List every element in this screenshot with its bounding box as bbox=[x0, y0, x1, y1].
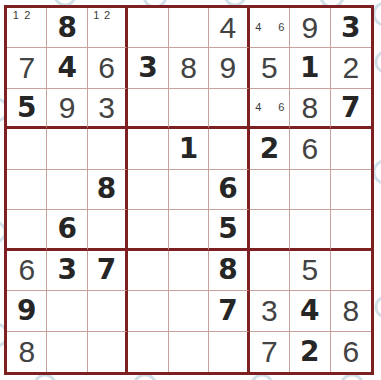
cell-digit: 7 bbox=[97, 256, 116, 284]
cell-r4c7[interactable]: 2 bbox=[250, 129, 290, 169]
cell-r4c5[interactable]: 1 bbox=[169, 129, 209, 169]
cell-digit: 7 bbox=[341, 94, 360, 122]
cell-r6c1[interactable] bbox=[7, 210, 47, 250]
cell-digit: 4 bbox=[300, 297, 319, 325]
cell-digit: 3 bbox=[98, 93, 115, 123]
cell-digit: 5 bbox=[301, 255, 318, 285]
cell-r8c3[interactable] bbox=[88, 291, 128, 331]
pencil-marks: 46 bbox=[253, 90, 287, 125]
pencil-mark: 1 bbox=[10, 9, 21, 21]
cell-r1c7[interactable]: 46 bbox=[250, 8, 290, 48]
cell-r6c4[interactable] bbox=[128, 210, 168, 250]
cell-r7c9[interactable] bbox=[331, 251, 371, 291]
cell-r6c8[interactable] bbox=[290, 210, 330, 250]
cell-digit: 2 bbox=[300, 338, 319, 366]
cell-r4c9[interactable] bbox=[331, 129, 371, 169]
cell-digit: 8 bbox=[18, 337, 35, 367]
cell-r8c7[interactable]: 3 bbox=[250, 291, 290, 331]
cell-r5c7[interactable] bbox=[250, 170, 290, 210]
cell-r1c5[interactable] bbox=[169, 8, 209, 48]
cell-r7c6[interactable]: 8 bbox=[209, 251, 249, 291]
cell-digit: 3 bbox=[341, 14, 360, 42]
cell-digit: 8 bbox=[57, 14, 76, 42]
cell-r8c8[interactable]: 4 bbox=[290, 291, 330, 331]
cell-digit: 4 bbox=[220, 13, 237, 43]
cell-digit: 9 bbox=[301, 13, 318, 43]
cell-r3c3[interactable]: 3 bbox=[88, 89, 128, 129]
cell-digit: 5 bbox=[17, 94, 36, 122]
cell-r5c1[interactable] bbox=[7, 170, 47, 210]
cell-r7c1[interactable]: 6 bbox=[7, 251, 47, 291]
cell-r1c4[interactable] bbox=[128, 8, 168, 48]
pencil-mark: 6 bbox=[276, 102, 287, 114]
sudoku-board: 1281244693746389512593468712686656378597… bbox=[4, 5, 374, 375]
cell-r3c1[interactable]: 5 bbox=[7, 89, 47, 129]
cell-r2c2[interactable]: 4 bbox=[47, 48, 87, 88]
cell-r8c9[interactable]: 8 bbox=[331, 291, 371, 331]
cell-digit: 3 bbox=[57, 256, 76, 284]
cell-r7c3[interactable]: 7 bbox=[88, 251, 128, 291]
cell-r5c2[interactable] bbox=[47, 170, 87, 210]
pencil-mark: 2 bbox=[21, 9, 32, 21]
cell-r1c8[interactable]: 9 bbox=[290, 8, 330, 48]
pencil-marks: 12 bbox=[91, 9, 123, 46]
cell-r2c1[interactable]: 7 bbox=[7, 48, 47, 88]
cell-r5c5[interactable] bbox=[169, 170, 209, 210]
cell-digit: 8 bbox=[342, 296, 359, 326]
cell-r5c3[interactable]: 8 bbox=[88, 170, 128, 210]
cell-r9c2[interactable] bbox=[47, 332, 87, 372]
cell-digit: 9 bbox=[59, 93, 76, 123]
cell-digit: 8 bbox=[218, 256, 237, 284]
cell-r4c4[interactable] bbox=[128, 129, 168, 169]
cell-r8c1[interactable]: 9 bbox=[7, 291, 47, 331]
cell-r1c6[interactable]: 4 bbox=[209, 8, 249, 48]
cell-r4c3[interactable] bbox=[88, 129, 128, 169]
cell-r6c2[interactable]: 6 bbox=[47, 210, 87, 250]
cell-r5c4[interactable] bbox=[128, 170, 168, 210]
cell-r6c9[interactable] bbox=[331, 210, 371, 250]
cell-digit: 5 bbox=[218, 215, 237, 243]
cell-r9c8[interactable]: 2 bbox=[290, 332, 330, 372]
cell-r9c1[interactable]: 8 bbox=[7, 332, 47, 372]
cell-r7c5[interactable] bbox=[169, 251, 209, 291]
cell-r3c9[interactable]: 7 bbox=[331, 89, 371, 129]
pencil-marks: 46 bbox=[253, 9, 287, 46]
cell-r1c3[interactable]: 12 bbox=[88, 8, 128, 48]
cell-r6c6[interactable]: 5 bbox=[209, 210, 249, 250]
cell-digit: 7 bbox=[261, 337, 278, 367]
cell-r2c9[interactable]: 2 bbox=[331, 48, 371, 88]
cell-r6c5[interactable] bbox=[169, 210, 209, 250]
pencil-mark: 4 bbox=[253, 21, 264, 33]
cell-r4c8[interactable]: 6 bbox=[290, 129, 330, 169]
cell-digit: 6 bbox=[301, 134, 318, 164]
cell-r3c6[interactable] bbox=[209, 89, 249, 129]
cell-digit: 8 bbox=[97, 175, 116, 203]
cell-r3c2[interactable]: 9 bbox=[47, 89, 87, 129]
cell-r4c6[interactable] bbox=[209, 129, 249, 169]
cell-r2c3[interactable]: 6 bbox=[88, 48, 128, 88]
pencil-mark: 6 bbox=[276, 21, 287, 33]
cell-r6c7[interactable] bbox=[250, 210, 290, 250]
cell-digit: 9 bbox=[17, 297, 36, 325]
cell-r6c3[interactable] bbox=[88, 210, 128, 250]
cell-digit: 6 bbox=[98, 53, 115, 83]
cell-digit: 6 bbox=[342, 337, 359, 367]
cell-r9c4[interactable] bbox=[128, 332, 168, 372]
cell-r9c3[interactable] bbox=[88, 332, 128, 372]
cell-r4c1[interactable] bbox=[7, 129, 47, 169]
cell-digit: 7 bbox=[218, 297, 237, 325]
cell-r9c9[interactable]: 6 bbox=[331, 332, 371, 372]
cell-r3c4[interactable] bbox=[128, 89, 168, 129]
cell-r7c4[interactable] bbox=[128, 251, 168, 291]
pencil-mark: 2 bbox=[102, 9, 113, 21]
pencil-mark: 4 bbox=[253, 102, 264, 114]
cell-r8c2[interactable] bbox=[47, 291, 87, 331]
cell-digit: 5 bbox=[261, 53, 278, 83]
cell-r5c6[interactable]: 6 bbox=[209, 170, 249, 210]
cell-r3c5[interactable] bbox=[169, 89, 209, 129]
cell-digit: 4 bbox=[57, 54, 76, 82]
cell-r9c6[interactable] bbox=[209, 332, 249, 372]
cell-digit: 6 bbox=[218, 175, 237, 203]
cell-digit: 8 bbox=[301, 93, 318, 123]
pencil-marks: 12 bbox=[10, 9, 44, 46]
cell-r8c5[interactable] bbox=[169, 291, 209, 331]
cell-r3c8[interactable]: 8 bbox=[290, 89, 330, 129]
cell-digit: 6 bbox=[18, 255, 35, 285]
cell-r9c7[interactable]: 7 bbox=[250, 332, 290, 372]
cell-r2c5[interactable]: 8 bbox=[169, 48, 209, 88]
cell-r5c8[interactable] bbox=[290, 170, 330, 210]
cell-r1c9[interactable]: 3 bbox=[331, 8, 371, 48]
cell-digit: 7 bbox=[18, 53, 35, 83]
cell-r1c2[interactable]: 8 bbox=[47, 8, 87, 48]
cell-r1c1[interactable]: 12 bbox=[7, 8, 47, 48]
cell-r8c6[interactable]: 7 bbox=[209, 291, 249, 331]
cell-r7c2[interactable]: 3 bbox=[47, 251, 87, 291]
cell-digit: 9 bbox=[220, 53, 237, 83]
cell-digit: 6 bbox=[57, 215, 76, 243]
cell-r7c7[interactable] bbox=[250, 251, 290, 291]
cell-r8c4[interactable] bbox=[128, 291, 168, 331]
cell-r9c5[interactable] bbox=[169, 332, 209, 372]
cell-r5c9[interactable] bbox=[331, 170, 371, 210]
cell-digit: 3 bbox=[138, 54, 157, 82]
cell-r4c2[interactable] bbox=[47, 129, 87, 169]
cell-digit: 2 bbox=[342, 53, 359, 83]
cell-digit: 3 bbox=[261, 296, 278, 326]
cell-r7c8[interactable]: 5 bbox=[290, 251, 330, 291]
app-background: 1281244693746389512593468712686656378597… bbox=[0, 0, 381, 380]
cell-r2c6[interactable]: 9 bbox=[209, 48, 249, 88]
cell-r2c8[interactable]: 1 bbox=[290, 48, 330, 88]
cell-r2c4[interactable]: 3 bbox=[128, 48, 168, 88]
cell-r2c7[interactable]: 5 bbox=[250, 48, 290, 88]
cell-r3c7[interactable]: 46 bbox=[250, 89, 290, 129]
cell-digit: 2 bbox=[260, 135, 279, 163]
pencil-mark: 1 bbox=[91, 9, 102, 21]
cell-digit: 8 bbox=[180, 53, 197, 83]
cell-digit: 1 bbox=[300, 54, 319, 82]
cell-digit: 1 bbox=[179, 135, 198, 163]
